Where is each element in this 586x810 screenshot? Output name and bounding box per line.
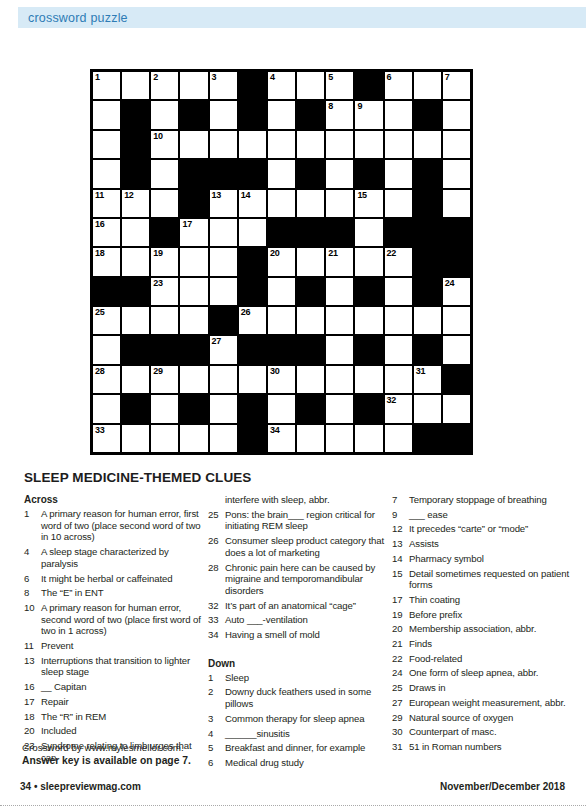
clue-text: A sleep stage characterized by paralysis bbox=[41, 546, 203, 569]
clue-item: 17Repair bbox=[24, 696, 203, 708]
grid-cell[interactable] bbox=[413, 394, 442, 423]
grid-cell[interactable] bbox=[209, 394, 238, 423]
clue-item: 5Breakfast and dinner, for example bbox=[208, 742, 387, 754]
clue-text: Food-related bbox=[409, 653, 571, 665]
grid-cell[interactable]: 33 bbox=[92, 424, 121, 453]
grid-cell[interactable] bbox=[267, 306, 296, 335]
clue-number: 25 bbox=[208, 509, 225, 532]
block-cell bbox=[179, 394, 208, 423]
grid-cell[interactable] bbox=[384, 424, 413, 453]
clue-item: 32It’s part of an anatomical “cage” bbox=[208, 600, 387, 612]
cell-number: 20 bbox=[270, 248, 279, 258]
cell-number: 1 bbox=[95, 72, 100, 82]
issue-date: November/December 2018 bbox=[440, 781, 565, 792]
clue-item: 24One form of sleep apnea, abbr. bbox=[392, 667, 571, 679]
block-cell bbox=[325, 218, 354, 247]
grid-cell[interactable]: 23 bbox=[150, 277, 179, 306]
grid-cell[interactable]: 24 bbox=[442, 277, 471, 306]
grid-cell[interactable] bbox=[384, 277, 413, 306]
grid-cell[interactable]: 18 bbox=[92, 247, 121, 276]
clue-number: 4 bbox=[208, 728, 225, 740]
clue-number: 10 bbox=[24, 602, 41, 637]
block-cell bbox=[179, 159, 208, 188]
clue-text: 51 in Roman numbers bbox=[409, 741, 571, 753]
grid-cell[interactable]: 20 bbox=[267, 247, 296, 276]
grid-cell[interactable]: 7 bbox=[442, 71, 471, 100]
clue-item: 14Pharmacy symbol bbox=[392, 553, 571, 565]
grid-cell[interactable]: 19 bbox=[150, 247, 179, 276]
clue-text: Sleep bbox=[225, 672, 387, 684]
block-cell bbox=[296, 159, 325, 188]
clue-text: Natural source of oxygen bbox=[409, 712, 571, 724]
block-cell bbox=[267, 335, 296, 364]
block-cell bbox=[296, 218, 325, 247]
clue-item: 15Detail sometimes requested on patient … bbox=[392, 568, 571, 591]
grid-cell[interactable] bbox=[384, 306, 413, 335]
grid-cell[interactable] bbox=[179, 277, 208, 306]
clue-text: Prevent bbox=[41, 640, 203, 652]
grid-cell[interactable] bbox=[267, 100, 296, 129]
grid-cell[interactable] bbox=[325, 159, 354, 188]
clue-text: Detail sometimes requested on patient fo… bbox=[409, 568, 571, 591]
grid-cell[interactable]: 16 bbox=[92, 218, 121, 247]
grid-cell[interactable] bbox=[267, 159, 296, 188]
clue-text: Consumer sleep product category that doe… bbox=[225, 535, 387, 558]
block-cell bbox=[413, 159, 442, 188]
block-cell bbox=[442, 424, 471, 453]
grid-cell[interactable]: 15 bbox=[354, 189, 383, 218]
grid-cell[interactable] bbox=[209, 218, 238, 247]
block-cell bbox=[150, 218, 179, 247]
clue-text: One form of sleep apnea, abbr. bbox=[409, 667, 571, 679]
grid-cell[interactable] bbox=[296, 247, 325, 276]
grid-cell[interactable] bbox=[150, 424, 179, 453]
block-cell bbox=[354, 277, 383, 306]
clue-text: Membership association, abbr. bbox=[409, 623, 571, 635]
grid-cell[interactable] bbox=[121, 71, 150, 100]
grid-cell[interactable]: 1 bbox=[92, 71, 121, 100]
grid-cell[interactable] bbox=[354, 365, 383, 394]
cell-number: 23 bbox=[153, 278, 162, 288]
clue-item: 25Draws in bbox=[392, 682, 571, 694]
grid-cell[interactable] bbox=[325, 277, 354, 306]
clue-number: 34 bbox=[208, 629, 225, 641]
grid-cell[interactable]: 10 bbox=[150, 130, 179, 159]
grid-cell[interactable]: 12 bbox=[121, 189, 150, 218]
clue-item: 10A primary reason for human error, seco… bbox=[24, 602, 203, 637]
cell-number: 17 bbox=[182, 219, 191, 229]
clue-text: Common therapy for sleep apnea bbox=[225, 713, 387, 725]
cell-number: 27 bbox=[212, 336, 221, 346]
grid-cell[interactable]: 31 bbox=[413, 365, 442, 394]
cell-number: 5 bbox=[328, 72, 333, 82]
grid-cell[interactable]: 27 bbox=[209, 335, 238, 364]
grid-cell[interactable] bbox=[442, 100, 471, 129]
clue-text: A primary reason for human error, first … bbox=[41, 508, 203, 543]
block-cell bbox=[296, 335, 325, 364]
grid-cell[interactable]: 2 bbox=[150, 71, 179, 100]
block-cell bbox=[354, 71, 383, 100]
grid-cell[interactable] bbox=[325, 306, 354, 335]
clue-text: Thin coating bbox=[409, 594, 571, 606]
cell-number: 21 bbox=[328, 248, 337, 258]
crossword-credit: Crossword by www.mylesmellor.com. bbox=[22, 742, 184, 753]
block-cell bbox=[413, 424, 442, 453]
grid-cell[interactable]: 5 bbox=[325, 71, 354, 100]
clue-number: 29 bbox=[392, 712, 409, 724]
block-cell bbox=[238, 71, 267, 100]
grid-cell[interactable] bbox=[209, 424, 238, 453]
block-cell bbox=[413, 100, 442, 129]
clue-number: 6 bbox=[24, 573, 41, 585]
clue-number: 1 bbox=[24, 508, 41, 543]
grid-cell[interactable]: 13 bbox=[209, 189, 238, 218]
grid-cell[interactable] bbox=[442, 130, 471, 159]
grid-cell[interactable]: 29 bbox=[150, 365, 179, 394]
clue-number: 28 bbox=[208, 562, 225, 597]
section-header-bar: crossword puzzle bbox=[18, 7, 586, 28]
grid-cell[interactable] bbox=[150, 159, 179, 188]
clue-number: 20 bbox=[24, 725, 41, 737]
grid-cell[interactable] bbox=[384, 100, 413, 129]
clue-number: 5 bbox=[208, 742, 225, 754]
grid-cell[interactable] bbox=[384, 365, 413, 394]
clue-item: 18The “R” in REM bbox=[24, 711, 203, 723]
grid-cell[interactable] bbox=[209, 100, 238, 129]
grid-cell[interactable] bbox=[92, 394, 121, 423]
block-cell bbox=[267, 218, 296, 247]
clue-number: 33 bbox=[208, 614, 225, 626]
clue-number: 6 bbox=[208, 757, 225, 769]
grid-cell[interactable] bbox=[238, 218, 267, 247]
grid-cell[interactable] bbox=[413, 306, 442, 335]
grid-cell[interactable] bbox=[296, 189, 325, 218]
grid-cell[interactable] bbox=[267, 394, 296, 423]
page-number-site: 34 • sleepreviewmag.com bbox=[20, 781, 141, 792]
cell-number: 11 bbox=[95, 190, 104, 200]
grid-cell[interactable]: 28 bbox=[92, 365, 121, 394]
clue-text: Counterpart of masc. bbox=[409, 726, 571, 738]
clue-item: 27European weight measurement, abbr. bbox=[392, 697, 571, 709]
grid-cell[interactable] bbox=[209, 130, 238, 159]
grid-cell[interactable] bbox=[354, 424, 383, 453]
clue-text: It might be herbal or caffeinated bbox=[41, 573, 203, 585]
block-cell bbox=[121, 130, 150, 159]
clue-number: 25 bbox=[392, 682, 409, 694]
clue-text: Downy duck feathers used in some pillows bbox=[225, 686, 387, 709]
grid-cell[interactable] bbox=[296, 365, 325, 394]
grid-cell[interactable] bbox=[121, 218, 150, 247]
cell-number: 4 bbox=[270, 72, 275, 82]
clue-text: Assists bbox=[409, 538, 571, 550]
clue-text: Draws in bbox=[409, 682, 571, 694]
grid-cell[interactable] bbox=[179, 365, 208, 394]
grid-cell[interactable]: 11 bbox=[92, 189, 121, 218]
grid-cell[interactable] bbox=[442, 394, 471, 423]
block-cell bbox=[238, 277, 267, 306]
grid-cell[interactable] bbox=[150, 394, 179, 423]
grid-cell[interactable] bbox=[296, 306, 325, 335]
clue-item: 13Interruptions that transition to light… bbox=[24, 655, 203, 678]
block-cell bbox=[150, 335, 179, 364]
grid-cell[interactable] bbox=[296, 424, 325, 453]
clue-text: Pons: the brain___ region critical for i… bbox=[225, 509, 387, 532]
cut-line bbox=[0, 805, 586, 806]
clue-text: Chronic pain here can be caused by migra… bbox=[225, 562, 387, 597]
grid-cell[interactable]: 17 bbox=[179, 218, 208, 247]
block-cell bbox=[121, 277, 150, 306]
block-cell bbox=[413, 335, 442, 364]
clue-text: ______sinusitis bbox=[225, 728, 387, 740]
cell-number: 15 bbox=[357, 190, 366, 200]
clue-item: 25Pons: the brain___ region critical for… bbox=[208, 509, 387, 532]
cell-number: 29 bbox=[153, 366, 162, 376]
grid-cell[interactable]: 22 bbox=[384, 247, 413, 276]
clues-heading: SLEEP MEDICINE-THEMED CLUES bbox=[24, 470, 251, 485]
grid-cell[interactable] bbox=[92, 130, 121, 159]
grid-cell[interactable] bbox=[354, 130, 383, 159]
clue-text: Having a smell of mold bbox=[225, 629, 387, 641]
grid-cell[interactable] bbox=[325, 189, 354, 218]
grid-cell[interactable] bbox=[354, 247, 383, 276]
clue-number: 1 bbox=[208, 672, 225, 684]
cell-number: 25 bbox=[95, 307, 104, 317]
block-cell bbox=[238, 100, 267, 129]
clue-number: 3 bbox=[208, 713, 225, 725]
clue-number: 20 bbox=[392, 623, 409, 635]
clue-item: 3151 in Roman numbers bbox=[392, 741, 571, 753]
grid-cell[interactable] bbox=[179, 306, 208, 335]
grid-cell[interactable] bbox=[296, 130, 325, 159]
clue-number: 7 bbox=[392, 494, 409, 506]
clue-section-label: Across bbox=[24, 494, 203, 505]
clue-number: 17 bbox=[24, 696, 41, 708]
cell-number: 28 bbox=[95, 366, 104, 376]
clue-text: A primary reason for human error, second… bbox=[41, 602, 203, 637]
grid-cell[interactable]: 9 bbox=[354, 100, 383, 129]
cell-number: 16 bbox=[95, 219, 104, 229]
block-cell bbox=[238, 335, 267, 364]
crossword-grid: 1234567891011121314151617181920212223242… bbox=[90, 69, 473, 455]
clue-item: 8The “E” in ENT bbox=[24, 587, 203, 599]
grid-cell[interactable] bbox=[442, 159, 471, 188]
clue-text: Pharmacy symbol bbox=[409, 553, 571, 565]
grid-cell[interactable] bbox=[179, 424, 208, 453]
cell-number: 32 bbox=[387, 395, 396, 405]
grid-cell[interactable] bbox=[354, 218, 383, 247]
grid-cell[interactable] bbox=[413, 71, 442, 100]
clue-number: 13 bbox=[24, 655, 41, 678]
cell-number: 26 bbox=[241, 307, 250, 317]
clue-number: 11 bbox=[24, 640, 41, 652]
clue-text: Included bbox=[41, 725, 203, 737]
block-cell bbox=[209, 159, 238, 188]
cell-number: 31 bbox=[416, 366, 425, 376]
block-cell bbox=[238, 159, 267, 188]
clue-text: It’s part of an anatomical “cage” bbox=[225, 600, 387, 612]
clue-item: 19Before prefix bbox=[392, 609, 571, 621]
block-cell bbox=[413, 218, 442, 247]
grid-cell[interactable] bbox=[209, 365, 238, 394]
clue-spacer bbox=[208, 644, 387, 658]
block-cell bbox=[179, 335, 208, 364]
grid-cell[interactable] bbox=[150, 306, 179, 335]
grid-cell[interactable] bbox=[325, 365, 354, 394]
block-cell bbox=[296, 277, 325, 306]
grid-cell[interactable] bbox=[325, 335, 354, 364]
block-cell bbox=[121, 335, 150, 364]
grid-cell[interactable]: 4 bbox=[267, 71, 296, 100]
block-cell bbox=[413, 247, 442, 276]
clue-text: ___ ease bbox=[409, 509, 571, 521]
clue-number: 8 bbox=[24, 587, 41, 599]
block-cell bbox=[354, 159, 383, 188]
grid-cell[interactable] bbox=[267, 189, 296, 218]
grid-cell[interactable]: 26 bbox=[238, 306, 267, 335]
block-cell bbox=[179, 100, 208, 129]
clue-item: 17Thin coating bbox=[392, 594, 571, 606]
grid-cell[interactable]: 14 bbox=[238, 189, 267, 218]
clue-number: 19 bbox=[392, 609, 409, 621]
clue-item: 12It precedes “carte” or “mode” bbox=[392, 523, 571, 535]
clue-number: 30 bbox=[392, 726, 409, 738]
clue-column: 7Temporary stoppage of breathing9___ eas… bbox=[392, 494, 571, 772]
clue-text: Repair bbox=[41, 696, 203, 708]
grid-cell[interactable] bbox=[179, 247, 208, 276]
grid-cell[interactable] bbox=[179, 130, 208, 159]
grid-cell[interactable] bbox=[209, 277, 238, 306]
grid-cell[interactable] bbox=[384, 130, 413, 159]
clue-text: It precedes “carte” or “mode” bbox=[409, 523, 571, 535]
clue-number: 2 bbox=[208, 686, 225, 709]
block-cell bbox=[296, 100, 325, 129]
clue-item: 16__ Capitan bbox=[24, 681, 203, 693]
grid-cell[interactable] bbox=[92, 100, 121, 129]
block-cell bbox=[209, 306, 238, 335]
clue-number: 21 bbox=[392, 638, 409, 650]
clue-text: Medical drug study bbox=[225, 757, 387, 769]
grid-cell[interactable] bbox=[150, 189, 179, 218]
clue-text: Temporary stoppage of breathing bbox=[409, 494, 571, 506]
grid-cell[interactable] bbox=[267, 277, 296, 306]
clue-item: 21Finds bbox=[392, 638, 571, 650]
clue-columns: Across1A primary reason for human error,… bbox=[24, 494, 572, 772]
grid-cell[interactable] bbox=[238, 365, 267, 394]
grid-cell[interactable] bbox=[121, 424, 150, 453]
cell-number: 6 bbox=[387, 72, 392, 82]
clue-item: 4______sinusitis bbox=[208, 728, 387, 740]
clue-number: 27 bbox=[392, 697, 409, 709]
grid-cell[interactable] bbox=[296, 71, 325, 100]
clue-item: 1A primary reason for human error, first… bbox=[24, 508, 203, 543]
grid-cell[interactable] bbox=[325, 394, 354, 423]
clue-number: 14 bbox=[392, 553, 409, 565]
clue-item: 28Chronic pain here can be caused by mig… bbox=[208, 562, 387, 597]
clue-number: 17 bbox=[392, 594, 409, 606]
grid-cell[interactable] bbox=[384, 335, 413, 364]
block-cell bbox=[442, 218, 471, 247]
block-cell bbox=[354, 335, 383, 364]
cell-number: 30 bbox=[270, 366, 279, 376]
grid-cell[interactable]: 3 bbox=[209, 71, 238, 100]
cell-number: 24 bbox=[445, 278, 454, 288]
grid-cell[interactable] bbox=[179, 71, 208, 100]
clue-number: 4 bbox=[24, 546, 41, 569]
grid-cell[interactable] bbox=[92, 335, 121, 364]
grid-cell[interactable]: 30 bbox=[267, 365, 296, 394]
clue-item: 34Having a smell of mold bbox=[208, 629, 387, 641]
clue-number bbox=[208, 494, 225, 506]
grid-cell[interactable] bbox=[413, 130, 442, 159]
clue-item: 4A sleep stage characterized by paralysi… bbox=[24, 546, 203, 569]
grid-cell[interactable] bbox=[325, 130, 354, 159]
section-title: crossword puzzle bbox=[18, 11, 128, 25]
grid-cell[interactable] bbox=[354, 306, 383, 335]
grid-cell[interactable]: 21 bbox=[325, 247, 354, 276]
grid-cell[interactable]: 6 bbox=[384, 71, 413, 100]
clue-text: Interruptions that transition to lighter… bbox=[41, 655, 203, 678]
clue-item: 7Temporary stoppage of breathing bbox=[392, 494, 571, 506]
grid-cell[interactable] bbox=[209, 247, 238, 276]
block-cell bbox=[238, 424, 267, 453]
block-cell bbox=[121, 100, 150, 129]
clue-text: Before prefix bbox=[409, 609, 571, 621]
cell-number: 12 bbox=[124, 190, 133, 200]
block-cell bbox=[354, 394, 383, 423]
clue-number: 16 bbox=[24, 681, 41, 693]
grid-cell[interactable] bbox=[238, 130, 267, 159]
clue-text: The “E” in ENT bbox=[41, 587, 203, 599]
clue-item: 2Downy duck feathers used in some pillow… bbox=[208, 686, 387, 709]
grid-cell[interactable] bbox=[267, 130, 296, 159]
grid-cell[interactable] bbox=[384, 189, 413, 218]
clue-number: 13 bbox=[392, 538, 409, 550]
clue-number: 18 bbox=[24, 711, 41, 723]
grid-cell[interactable]: 34 bbox=[267, 424, 296, 453]
grid-cell[interactable] bbox=[442, 335, 471, 364]
block-cell bbox=[238, 247, 267, 276]
clue-item: 11Prevent bbox=[24, 640, 203, 652]
block-cell bbox=[413, 189, 442, 218]
grid-cell[interactable]: 32 bbox=[384, 394, 413, 423]
grid-cell[interactable] bbox=[121, 306, 150, 335]
grid-cell[interactable] bbox=[442, 306, 471, 335]
grid-cell[interactable] bbox=[325, 424, 354, 453]
clue-column: interfere with sleep, abbr.25Pons: the b… bbox=[208, 494, 387, 772]
clue-section-label: Down bbox=[208, 658, 387, 669]
clue-column: Across1A primary reason for human error,… bbox=[24, 494, 203, 772]
grid-cell[interactable] bbox=[442, 189, 471, 218]
block-cell bbox=[179, 189, 208, 218]
grid-cell[interactable] bbox=[121, 365, 150, 394]
grid-cell[interactable]: 8 bbox=[325, 100, 354, 129]
cell-number: 10 bbox=[153, 131, 162, 141]
clue-item: 29Natural source of oxygen bbox=[392, 712, 571, 724]
clue-item: interfere with sleep, abbr. bbox=[208, 494, 387, 506]
clue-item: 3Common therapy for sleep apnea bbox=[208, 713, 387, 725]
grid-cell[interactable] bbox=[92, 159, 121, 188]
grid-cell[interactable]: 25 bbox=[92, 306, 121, 335]
magazine-page: crossword puzzle 12345678910111213141516… bbox=[0, 0, 586, 810]
grid-cell[interactable] bbox=[121, 247, 150, 276]
grid-cell[interactable] bbox=[150, 100, 179, 129]
block-cell bbox=[442, 247, 471, 276]
cell-number: 19 bbox=[153, 248, 162, 258]
block-cell bbox=[121, 159, 150, 188]
clue-text: interfere with sleep, abbr. bbox=[225, 494, 387, 506]
cell-number: 7 bbox=[445, 72, 450, 82]
grid-cell[interactable] bbox=[384, 159, 413, 188]
